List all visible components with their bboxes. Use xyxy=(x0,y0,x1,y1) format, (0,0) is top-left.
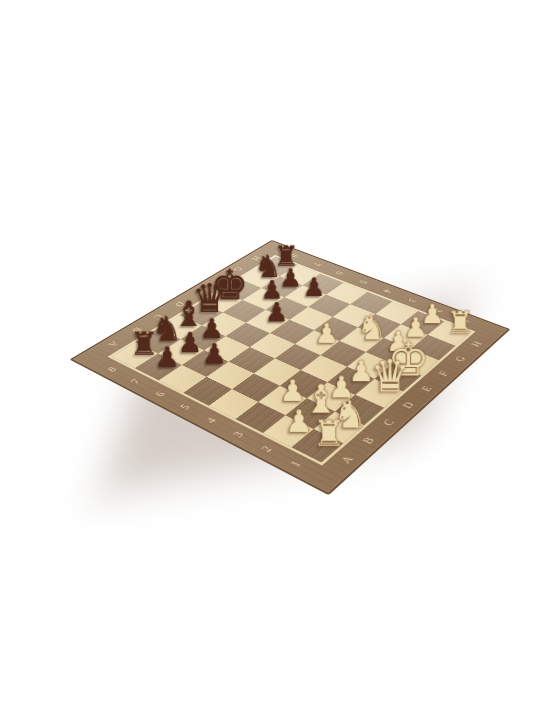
rank-label-4: 4 xyxy=(204,416,218,424)
file-label-H: H xyxy=(469,340,484,348)
file-label-G: G xyxy=(452,355,467,363)
board-grid: ♜♞♝♛♚♞♜♟♟♟♟♟♟♟♟♟♟♞♟♝♟♟♟♟♟♜♞♛♚♜ xyxy=(108,255,476,466)
rank-label-5: 5 xyxy=(357,279,369,285)
file-label-E: E xyxy=(419,385,434,393)
rank-label-6: 6 xyxy=(334,270,346,275)
black-pawn-e6[interactable]: ♟ xyxy=(265,300,289,325)
rank-label-8: 8 xyxy=(105,366,118,373)
file-label-A: A xyxy=(338,454,355,465)
white-pawn-e4[interactable]: ♟ xyxy=(315,321,339,347)
photo-background: ABCDEFGH ABCDEFGH 87654321 87654321 ♜♞♝♛… xyxy=(0,0,540,720)
rank-label-5: 5 xyxy=(178,403,192,411)
black-pawn-a7[interactable]: ♟ xyxy=(155,344,180,371)
file-label-B: B xyxy=(360,435,377,445)
white-rook-h1[interactable]: ♜ xyxy=(446,308,474,337)
rank-label-7: 7 xyxy=(311,262,323,267)
file-label-A: A xyxy=(106,340,121,348)
white-pawn-b3[interactable]: ♟ xyxy=(280,377,306,405)
white-pawn-a2[interactable]: ♟ xyxy=(286,407,314,436)
rank-label-4: 4 xyxy=(381,288,393,294)
white-queen-d1[interactable]: ♛ xyxy=(370,356,410,398)
black-pawn-g6[interactable]: ♟ xyxy=(303,276,326,300)
rank-label-3: 3 xyxy=(406,298,419,304)
rank-label-2: 2 xyxy=(259,444,274,453)
rank-label-7: 7 xyxy=(129,378,143,386)
file-label-F: F xyxy=(436,370,450,378)
black-pawn-b6[interactable]: ♟ xyxy=(202,341,227,368)
file-label-D: D xyxy=(400,400,416,409)
rank-label-3: 3 xyxy=(231,430,246,439)
rank-label-1: 1 xyxy=(288,459,304,468)
rank-label-6: 6 xyxy=(153,390,167,398)
black-pawn-b7[interactable]: ♟ xyxy=(178,330,203,356)
white-knight-f3[interactable]: ♞ xyxy=(357,311,387,343)
white-rook-a1[interactable]: ♜ xyxy=(313,417,345,451)
file-label-C: C xyxy=(380,418,396,428)
board-perspective-scene: ABCDEFGH ABCDEFGH 87654321 87654321 ♜♞♝♛… xyxy=(138,187,448,497)
